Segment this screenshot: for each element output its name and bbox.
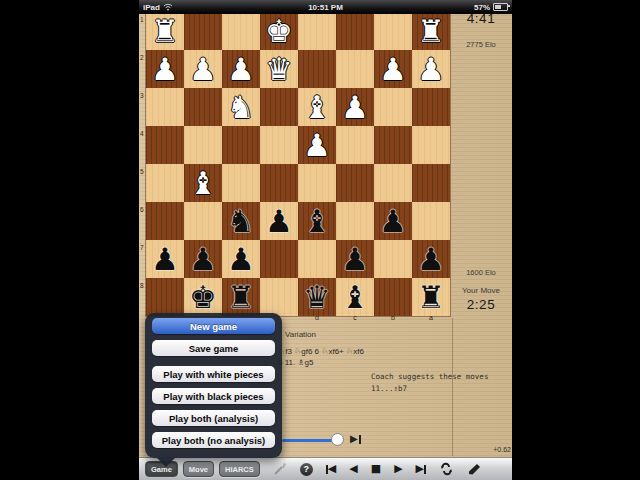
square[interactable]: ♟	[412, 50, 450, 88]
black-bishop: ♝	[341, 278, 369, 316]
pen-icon[interactable]	[467, 462, 482, 476]
white-pawn: ♟	[341, 88, 369, 126]
square[interactable]	[298, 12, 336, 50]
square[interactable]: ♟	[184, 50, 222, 88]
app-content: iPad 10:51 PM 57% ♜♚♜♟♟♟♛♟♟♞♝♟♟♝♞♟♝♟♟♟♟♟…	[139, 0, 512, 480]
chess-board: ♜♚♜♟♟♟♛♟♟♞♝♟♟♝♞♟♝♟♟♟♟♟♟♚♜♛♝♜	[146, 12, 450, 316]
square[interactable]: ♟	[412, 240, 450, 278]
square[interactable]	[412, 202, 450, 240]
white-rook: ♜	[151, 12, 179, 50]
square[interactable]	[374, 278, 412, 316]
square[interactable]	[260, 126, 298, 164]
square[interactable]: ♝	[336, 278, 374, 316]
black-king: ♚	[189, 278, 217, 316]
white-pawn: ♟	[227, 50, 255, 88]
variation-moves-line2: 6 11. ♗g5	[278, 358, 314, 367]
square[interactable]: ♜	[412, 278, 450, 316]
opponent-elo: 2775 Elo	[450, 40, 512, 49]
square[interactable]	[336, 164, 374, 202]
battery-percent: 57%	[474, 3, 490, 12]
square[interactable]	[336, 12, 374, 50]
black-pawn: ♟	[417, 240, 445, 278]
square[interactable]	[412, 88, 450, 126]
square[interactable]	[184, 12, 222, 50]
square[interactable]: ♛	[260, 50, 298, 88]
square[interactable]: ♟	[146, 240, 184, 278]
rank-label: 1	[140, 16, 145, 23]
stop-icon[interactable]: ■	[371, 462, 381, 476]
black-bishop: ♝	[303, 202, 331, 240]
square[interactable]: ♚	[184, 278, 222, 316]
move-button[interactable]: Move	[183, 461, 214, 477]
step-back-icon[interactable]: ◀	[349, 462, 357, 476]
square[interactable]	[222, 12, 260, 50]
square[interactable]	[336, 126, 374, 164]
black-pawn: ♟	[341, 240, 369, 278]
square[interactable]: ♛	[298, 278, 336, 316]
rank-label: 3	[140, 92, 145, 99]
black-rook: ♜	[227, 278, 255, 316]
evaluation-score: +0.62	[467, 446, 511, 453]
square[interactable]: ♜	[222, 278, 260, 316]
square[interactable]	[260, 88, 298, 126]
go-to-start-icon[interactable]: ◀	[326, 462, 336, 476]
square[interactable]	[336, 202, 374, 240]
bottom-toolbar: GameMoveHIARCS ? ◀ ◀ ■ ▶ ▶	[139, 457, 512, 480]
square[interactable]: ♟	[374, 50, 412, 88]
square[interactable]: ♟	[336, 240, 374, 278]
square[interactable]	[146, 278, 184, 316]
square[interactable]: ♚	[260, 12, 298, 50]
square[interactable]	[146, 126, 184, 164]
step-forward-icon[interactable]: ▶	[394, 462, 402, 476]
wand-icon[interactable]	[273, 462, 287, 476]
menu-item-play-with-white-pieces[interactable]: Play with white pieces	[152, 366, 275, 382]
square[interactable]	[146, 202, 184, 240]
rank-label: 7	[140, 244, 145, 251]
go-to-end-icon[interactable]: ▶	[416, 462, 426, 476]
square[interactable]: ♝	[184, 164, 222, 202]
menu-item-play-both-no-analysis-[interactable]: Play both (no analysis)	[152, 432, 275, 448]
status-time: 10:51 PM	[139, 3, 512, 12]
black-pawn: ♟	[379, 202, 407, 240]
menu-item-new-game[interactable]: New game	[152, 318, 275, 334]
status-bar: iPad 10:51 PM 57%	[139, 0, 512, 14]
square[interactable]: ♝	[298, 88, 336, 126]
square[interactable]: ♟	[336, 88, 374, 126]
coach-suggestion-heading: Coach suggests these moves	[371, 372, 488, 381]
white-king: ♚	[265, 12, 293, 50]
hiarcs-button[interactable]: HIARCS	[219, 461, 260, 477]
square[interactable]: ♟	[184, 240, 222, 278]
square[interactable]: ♟	[260, 202, 298, 240]
white-bishop: ♝	[303, 88, 331, 126]
video-frame: iPad 10:51 PM 57% ♜♚♜♟♟♟♛♟♟♞♝♟♟♝♞♟♝♟♟♟♟♟…	[0, 0, 640, 480]
menu-item-play-both-analysis-[interactable]: Play both (analysis)	[152, 410, 275, 426]
square[interactable]: ♟	[146, 50, 184, 88]
rank-label: 4	[140, 130, 145, 137]
turn-indicator: Your Move	[450, 286, 512, 295]
game-menu: New gameSave gamePlay with white piecesP…	[145, 313, 282, 458]
square[interactable]	[260, 240, 298, 278]
square[interactable]: ♟	[222, 50, 260, 88]
white-knight: ♞	[227, 88, 255, 126]
menu-item-play-with-black-pieces[interactable]: Play with black pieces	[152, 388, 275, 404]
square[interactable]	[184, 202, 222, 240]
square[interactable]	[260, 278, 298, 316]
square[interactable]	[374, 240, 412, 278]
square[interactable]	[184, 88, 222, 126]
game-progress-slider-track[interactable]	[282, 439, 335, 442]
square[interactable]	[336, 50, 374, 88]
game-progress-slider-knob[interactable]	[331, 433, 344, 446]
switch-sides-icon[interactable]	[439, 462, 454, 476]
rank-label: 6	[140, 206, 145, 213]
square[interactable]	[374, 164, 412, 202]
square[interactable]	[412, 126, 450, 164]
square[interactable]: ♞	[222, 202, 260, 240]
square[interactable]: ♝	[298, 202, 336, 240]
square[interactable]: ♞	[222, 88, 260, 126]
white-pawn: ♟	[189, 50, 217, 88]
hint-question-icon[interactable]: ?	[300, 463, 313, 476]
square[interactable]	[184, 126, 222, 164]
square[interactable]: ♟	[222, 240, 260, 278]
square[interactable]	[412, 164, 450, 202]
variation-heading: Variation	[285, 330, 316, 339]
square[interactable]	[298, 164, 336, 202]
square[interactable]	[374, 88, 412, 126]
black-knight: ♞	[227, 202, 255, 240]
black-queen: ♛	[303, 278, 331, 316]
battery-icon	[493, 3, 508, 11]
menu-item-save-game[interactable]: Save game	[152, 340, 275, 356]
rank-label: 8	[140, 282, 145, 289]
black-pawn: ♟	[227, 240, 255, 278]
black-pawn: ♟	[151, 240, 179, 278]
rank-label: 2	[140, 54, 145, 61]
white-queen: ♛	[265, 50, 293, 88]
white-pawn: ♟	[151, 50, 179, 88]
square[interactable]: ♜	[412, 12, 450, 50]
white-pawn: ♟	[417, 50, 445, 88]
square[interactable]	[298, 240, 336, 278]
variation-moves-line1: ♘f3 ♘gf6 6 ♘xf6+ ♘xf6	[278, 347, 364, 356]
player-elo: 1600 Elo	[450, 268, 512, 277]
square[interactable]: ♟	[374, 202, 412, 240]
white-pawn: ♟	[379, 50, 407, 88]
player-clock: 2:25	[450, 297, 512, 312]
square[interactable]	[146, 164, 184, 202]
black-rook: ♜	[417, 278, 445, 316]
square[interactable]	[146, 88, 184, 126]
square[interactable]: ♟	[298, 126, 336, 164]
black-pawn: ♟	[189, 240, 217, 278]
rank-label: 5	[140, 168, 145, 175]
white-pawn: ♟	[303, 126, 331, 164]
square[interactable]	[260, 164, 298, 202]
panel-divider	[452, 318, 453, 456]
square[interactable]	[374, 126, 412, 164]
skip-to-end-marker-icon[interactable]: ▶	[350, 434, 361, 444]
square[interactable]	[222, 126, 260, 164]
square[interactable]	[222, 164, 260, 202]
coach-suggested-move: 11...♗b7	[371, 384, 407, 393]
white-rook: ♜	[417, 12, 445, 50]
square[interactable]: ♜	[146, 12, 184, 50]
square[interactable]	[298, 50, 336, 88]
black-pawn: ♟	[265, 202, 293, 240]
white-bishop: ♝	[189, 164, 217, 202]
square[interactable]	[374, 12, 412, 50]
